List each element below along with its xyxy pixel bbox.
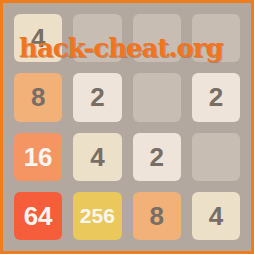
cell-empty	[73, 14, 121, 62]
tile-64: 64	[14, 192, 62, 240]
tile-16: 16	[14, 133, 62, 181]
cell-empty	[192, 133, 240, 181]
tile-2: 2	[73, 73, 121, 121]
tile-4: 4	[73, 133, 121, 181]
cell-empty	[192, 14, 240, 62]
cell-empty	[133, 73, 181, 121]
tile-4: 4	[14, 14, 62, 62]
tile-8: 8	[133, 192, 181, 240]
tile-8: 8	[14, 73, 62, 121]
tile-4: 4	[192, 192, 240, 240]
cell-empty	[133, 14, 181, 62]
game-frame: 482216426425684 hack-cheat.org	[0, 0, 254, 254]
tile-256: 256	[73, 192, 121, 240]
tile-2: 2	[192, 73, 240, 121]
tile-2: 2	[133, 133, 181, 181]
board[interactable]: 482216426425684	[3, 3, 251, 251]
